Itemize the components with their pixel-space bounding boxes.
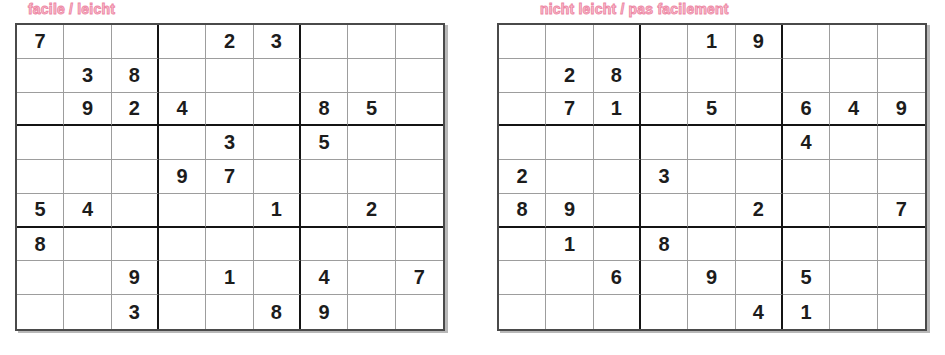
cell-r2c9 — [396, 59, 443, 93]
cell-r1c8 — [830, 25, 877, 59]
cell-r9c1 — [499, 295, 546, 329]
cell-r5c5: 7 — [206, 160, 253, 194]
cell-r6c8: 2 — [348, 194, 395, 228]
cell-r5c4: 9 — [159, 160, 206, 194]
puzzle-title-easy: facile / leicht — [15, 2, 445, 23]
cell-r4c1 — [17, 126, 64, 160]
cell-r2c4 — [159, 59, 206, 93]
cell-r1c1 — [499, 25, 546, 59]
cell-r2c4 — [641, 59, 688, 93]
cell-r9c6: 8 — [254, 295, 301, 329]
cell-r2c7 — [783, 59, 830, 93]
cell-r8c2 — [64, 261, 111, 295]
cell-r3c9 — [396, 93, 443, 127]
cell-r8c6 — [736, 261, 783, 295]
sudoku-grid-hard: 192871564942389271869541 — [497, 23, 927, 331]
cell-r9c4 — [641, 295, 688, 329]
cell-r3c9: 9 — [878, 93, 925, 127]
cell-r8c1 — [17, 261, 64, 295]
cell-r6c1: 8 — [499, 194, 546, 228]
cell-r1c4 — [641, 25, 688, 59]
cell-r7c1 — [499, 228, 546, 262]
cell-r1c2 — [546, 25, 593, 59]
cell-r9c7: 1 — [783, 295, 830, 329]
cell-r5c4: 3 — [641, 160, 688, 194]
sudoku-grid-easy: 72338924853597541289147389 — [15, 23, 445, 331]
cell-r5c3 — [594, 160, 641, 194]
cell-r9c8 — [830, 295, 877, 329]
cell-r7c8 — [348, 228, 395, 262]
cell-r5c2 — [64, 160, 111, 194]
cell-r6c2: 9 — [546, 194, 593, 228]
cell-r4c4 — [641, 126, 688, 160]
cell-r4c1 — [499, 126, 546, 160]
cell-r6c4 — [159, 194, 206, 228]
cell-r8c3: 9 — [112, 261, 159, 295]
cell-r9c9 — [878, 295, 925, 329]
cell-r5c2 — [546, 160, 593, 194]
cell-r1c5: 1 — [688, 25, 735, 59]
cell-r7c7 — [783, 228, 830, 262]
cell-r8c3: 6 — [594, 261, 641, 295]
cell-r9c4 — [159, 295, 206, 329]
cell-r9c5 — [206, 295, 253, 329]
cell-r3c3: 1 — [594, 93, 641, 127]
cell-r2c6 — [254, 59, 301, 93]
cell-r5c5 — [688, 160, 735, 194]
cell-r9c2 — [546, 295, 593, 329]
cell-r7c2: 1 — [546, 228, 593, 262]
cell-r8c8 — [348, 261, 395, 295]
cell-r6c2: 4 — [64, 194, 111, 228]
cell-r9c6: 4 — [736, 295, 783, 329]
cell-r9c3: 3 — [112, 295, 159, 329]
cell-r6c7 — [301, 194, 348, 228]
cell-r4c2 — [64, 126, 111, 160]
cell-r2c1 — [499, 59, 546, 93]
cell-r1c8 — [348, 25, 395, 59]
cell-r9c7: 9 — [301, 295, 348, 329]
cell-r2c5 — [206, 59, 253, 93]
cell-r4c9 — [396, 126, 443, 160]
cell-r7c5 — [206, 228, 253, 262]
cell-r7c5 — [688, 228, 735, 262]
cell-r8c1 — [499, 261, 546, 295]
cell-r7c2 — [64, 228, 111, 262]
cell-r6c5 — [206, 194, 253, 228]
cell-r1c9 — [878, 25, 925, 59]
cell-r6c1: 5 — [17, 194, 64, 228]
cell-r2c3: 8 — [112, 59, 159, 93]
cell-r5c7 — [783, 160, 830, 194]
cell-r4c5 — [688, 126, 735, 160]
cell-r6c3 — [112, 194, 159, 228]
cell-r1c6: 3 — [254, 25, 301, 59]
cell-r1c6: 9 — [736, 25, 783, 59]
cell-r7c7 — [301, 228, 348, 262]
cell-r7c3 — [112, 228, 159, 262]
cell-r3c6 — [254, 93, 301, 127]
cell-r1c3 — [112, 25, 159, 59]
cell-r8c7: 4 — [301, 261, 348, 295]
cell-r7c3 — [594, 228, 641, 262]
cell-r2c7 — [301, 59, 348, 93]
cell-r7c1: 8 — [17, 228, 64, 262]
cell-r2c2: 3 — [64, 59, 111, 93]
cell-r5c6 — [736, 160, 783, 194]
cell-r7c4: 8 — [641, 228, 688, 262]
cell-r9c5 — [688, 295, 735, 329]
cell-r3c7: 8 — [301, 93, 348, 127]
cell-r6c5 — [688, 194, 735, 228]
cell-r8c9 — [878, 261, 925, 295]
cell-r4c4 — [159, 126, 206, 160]
cell-r4c5: 3 — [206, 126, 253, 160]
cell-r7c6 — [254, 228, 301, 262]
cell-r5c8 — [348, 160, 395, 194]
cell-r1c7 — [301, 25, 348, 59]
cell-r8c5: 9 — [688, 261, 735, 295]
cell-r2c8 — [830, 59, 877, 93]
cell-r5c3 — [112, 160, 159, 194]
cell-r6c8 — [830, 194, 877, 228]
cell-r9c1 — [17, 295, 64, 329]
cell-r6c9 — [396, 194, 443, 228]
cell-r4c7: 5 — [301, 126, 348, 160]
puzzle-hard: nicht leicht / pas facilement 1928715649… — [497, 2, 927, 331]
cell-r6c6: 1 — [254, 194, 301, 228]
cell-r8c2 — [546, 261, 593, 295]
cell-r5c7 — [301, 160, 348, 194]
cell-r5c1 — [17, 160, 64, 194]
cell-r5c9 — [396, 160, 443, 194]
cell-r2c1 — [17, 59, 64, 93]
cell-r3c1 — [499, 93, 546, 127]
cell-r4c3 — [112, 126, 159, 160]
cell-r8c4 — [641, 261, 688, 295]
cell-r2c3: 8 — [594, 59, 641, 93]
cell-r1c4 — [159, 25, 206, 59]
cell-r9c2 — [64, 295, 111, 329]
cell-r6c3 — [594, 194, 641, 228]
cell-r3c6 — [736, 93, 783, 127]
cell-r1c5: 2 — [206, 25, 253, 59]
cell-r9c9 — [396, 295, 443, 329]
cell-r3c7: 6 — [783, 93, 830, 127]
cell-r1c3 — [594, 25, 641, 59]
cell-r3c5: 5 — [688, 93, 735, 127]
cell-r3c4: 4 — [159, 93, 206, 127]
cell-r9c8 — [348, 295, 395, 329]
cell-r4c2 — [546, 126, 593, 160]
puzzle-title-hard: nicht leicht / pas facilement — [497, 2, 927, 23]
cell-r3c3: 2 — [112, 93, 159, 127]
cell-r8c5: 1 — [206, 261, 253, 295]
cell-r7c6 — [736, 228, 783, 262]
cell-r8c4 — [159, 261, 206, 295]
cell-r2c6 — [736, 59, 783, 93]
cell-r1c9 — [396, 25, 443, 59]
cell-r5c9 — [878, 160, 925, 194]
cell-r3c2: 7 — [546, 93, 593, 127]
cell-r6c9: 7 — [878, 194, 925, 228]
cell-r3c1 — [17, 93, 64, 127]
cell-r8c8 — [830, 261, 877, 295]
cell-r1c7 — [783, 25, 830, 59]
cell-r2c9 — [878, 59, 925, 93]
cell-r4c8 — [348, 126, 395, 160]
cell-r2c8 — [348, 59, 395, 93]
cell-r4c8 — [830, 126, 877, 160]
cell-r8c6 — [254, 261, 301, 295]
cell-r6c6: 2 — [736, 194, 783, 228]
cell-r1c2 — [64, 25, 111, 59]
cell-r5c6 — [254, 160, 301, 194]
cell-r3c5 — [206, 93, 253, 127]
cell-r8c7: 5 — [783, 261, 830, 295]
cell-r2c2: 2 — [546, 59, 593, 93]
cell-r3c8: 4 — [830, 93, 877, 127]
puzzle-easy: facile / leicht 723389248535975412891473… — [15, 2, 445, 331]
cell-r3c4 — [641, 93, 688, 127]
cell-r7c8 — [830, 228, 877, 262]
cell-r7c4 — [159, 228, 206, 262]
cell-r8c9: 7 — [396, 261, 443, 295]
cell-r4c9 — [878, 126, 925, 160]
cell-r3c8: 5 — [348, 93, 395, 127]
cell-r7c9 — [396, 228, 443, 262]
cell-r6c4 — [641, 194, 688, 228]
cell-r2c5 — [688, 59, 735, 93]
cell-r4c6 — [254, 126, 301, 160]
cell-r9c3 — [594, 295, 641, 329]
cell-r6c7 — [783, 194, 830, 228]
cell-r4c6 — [736, 126, 783, 160]
cell-r5c1: 2 — [499, 160, 546, 194]
cell-r4c7: 4 — [783, 126, 830, 160]
cell-r3c2: 9 — [64, 93, 111, 127]
cell-r7c9 — [878, 228, 925, 262]
cell-r4c3 — [594, 126, 641, 160]
cell-r5c8 — [830, 160, 877, 194]
cell-r1c1: 7 — [17, 25, 64, 59]
